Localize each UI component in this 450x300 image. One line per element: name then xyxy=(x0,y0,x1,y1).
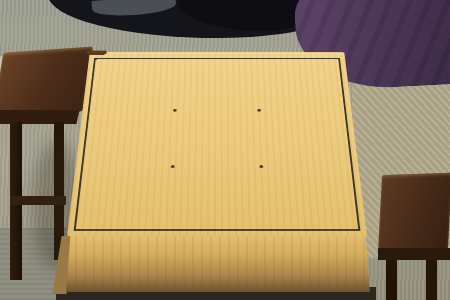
shogi-board-grid: 香車桂馬桂馬香車金将金将玉将歩兵歩兵歩兵歩兵銀将歩兵飛車銀将歩兵歩兵歩兵歩兵歩兵… xyxy=(74,58,361,231)
hoshi-point xyxy=(170,165,174,168)
shogi-scene: 角行 角行 香車桂馬桂馬香車金将金将玉将歩兵歩兵歩兵歩兵銀将歩兵飛車銀将歩兵歩兵… xyxy=(0,0,450,300)
black-komadai-table: 角行 xyxy=(378,168,450,300)
captured-piece-bishop-black-hand[interactable]: 角行 xyxy=(406,190,434,219)
shogi-board: 香車桂馬桂馬香車金将金将玉将歩兵歩兵歩兵歩兵銀将歩兵飛車銀将歩兵歩兵歩兵歩兵歩兵… xyxy=(67,52,367,236)
hoshi-point xyxy=(173,109,177,112)
piece-base-edge xyxy=(88,52,104,54)
board-front-face xyxy=(66,234,370,292)
black-komadai-front xyxy=(378,248,450,260)
black-komadai-leg xyxy=(426,260,437,300)
hoshi-point xyxy=(260,165,264,168)
black-piece-香車[interactable]: 香車 xyxy=(86,53,106,68)
hoshi-point xyxy=(258,109,262,112)
black-komadai-leg xyxy=(386,260,397,300)
